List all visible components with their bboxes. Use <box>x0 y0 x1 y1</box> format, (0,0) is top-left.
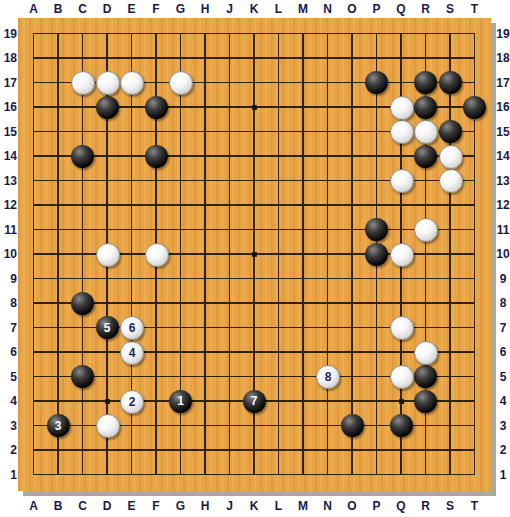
stone-black-P10 <box>365 243 388 266</box>
stone-black-D7: 5 <box>96 316 119 339</box>
coord-label-left-10: 10 <box>0 246 17 262</box>
coord-label-top-G: G <box>169 1 193 17</box>
coord-label-right-3: 3 <box>493 418 510 434</box>
coord-label-right-1: 1 <box>493 467 510 483</box>
coord-label-top-J: J <box>218 1 242 17</box>
coord-label-left-16: 16 <box>0 99 17 115</box>
coord-label-right-2: 2 <box>493 442 510 458</box>
stone-white-D10 <box>96 243 120 267</box>
move-number: 5 <box>104 321 111 335</box>
coord-label-left-19: 19 <box>0 26 17 42</box>
move-number: 8 <box>325 370 332 384</box>
stone-white-E7: 6 <box>120 316 144 340</box>
stone-black-C5 <box>71 365 94 388</box>
grid-line <box>33 302 476 304</box>
grid-line <box>302 33 304 476</box>
stone-white-R11 <box>414 218 438 242</box>
stone-white-E17 <box>120 71 144 95</box>
coord-label-bottom-P: P <box>365 498 389 514</box>
coord-label-top-L: L <box>267 1 291 17</box>
stone-white-R6 <box>414 341 438 365</box>
coord-label-bottom-A: A <box>22 498 46 514</box>
grid-line <box>33 474 476 476</box>
stone-black-S15 <box>439 120 462 143</box>
stone-white-S13 <box>439 169 463 193</box>
coord-label-bottom-J: J <box>218 498 242 514</box>
coord-label-right-11: 11 <box>493 222 510 238</box>
stone-black-P11 <box>365 218 388 241</box>
grid-line <box>327 33 329 476</box>
stone-black-F16 <box>145 96 168 119</box>
coord-label-bottom-S: S <box>438 498 462 514</box>
coord-label-right-9: 9 <box>493 271 510 287</box>
coord-label-right-6: 6 <box>493 344 510 360</box>
stone-white-E4: 2 <box>120 390 144 414</box>
coord-label-top-P: P <box>365 1 389 17</box>
move-number: 4 <box>129 346 136 360</box>
coord-label-left-5: 5 <box>0 369 17 385</box>
stone-white-R15 <box>414 120 438 144</box>
coord-label-top-H: H <box>193 1 217 17</box>
coord-label-top-O: O <box>340 1 364 17</box>
coord-label-left-13: 13 <box>0 173 17 189</box>
move-number: 6 <box>129 321 136 335</box>
coord-label-left-14: 14 <box>0 148 17 164</box>
grid-line <box>33 351 476 353</box>
coord-label-left-7: 7 <box>0 320 17 336</box>
coord-label-left-17: 17 <box>0 75 17 91</box>
stone-white-F10 <box>145 243 169 267</box>
coord-label-bottom-E: E <box>120 498 144 514</box>
stone-black-R4 <box>414 390 437 413</box>
coord-label-left-9: 9 <box>0 271 17 287</box>
grid-line <box>278 33 280 476</box>
coord-label-bottom-H: H <box>193 498 217 514</box>
coord-label-bottom-M: M <box>291 498 315 514</box>
stone-white-E6: 4 <box>120 341 144 365</box>
coord-label-top-D: D <box>95 1 119 17</box>
stone-black-F14 <box>145 145 168 168</box>
move-number: 2 <box>129 395 136 409</box>
coord-label-top-M: M <box>291 1 315 17</box>
stone-white-Q5 <box>390 365 414 389</box>
coord-label-right-8: 8 <box>493 295 510 311</box>
grid-line <box>33 278 476 280</box>
stone-white-Q7 <box>390 316 414 340</box>
coord-label-left-4: 4 <box>0 393 17 409</box>
move-number: 1 <box>177 394 184 408</box>
star-point <box>105 399 110 404</box>
coord-label-right-7: 7 <box>493 320 510 336</box>
stone-black-R16 <box>414 96 437 119</box>
coord-label-bottom-N: N <box>316 498 340 514</box>
coord-label-left-18: 18 <box>0 50 17 66</box>
star-point <box>252 252 257 257</box>
coord-label-top-S: S <box>438 1 462 17</box>
stone-black-R17 <box>414 71 437 94</box>
coord-label-top-C: C <box>71 1 95 17</box>
coord-label-bottom-G: G <box>169 498 193 514</box>
grid-line <box>33 449 476 451</box>
coord-label-right-14: 14 <box>493 148 510 164</box>
move-number: 3 <box>55 419 62 433</box>
stone-black-G4: 1 <box>169 390 192 413</box>
coord-label-left-2: 2 <box>0 442 17 458</box>
coord-label-top-R: R <box>414 1 438 17</box>
stone-black-O3 <box>341 414 364 437</box>
move-number: 7 <box>251 394 258 408</box>
stone-black-R14 <box>414 145 437 168</box>
coord-label-top-Q: Q <box>389 1 413 17</box>
coord-label-bottom-R: R <box>414 498 438 514</box>
coord-label-bottom-T: T <box>463 498 487 514</box>
coord-label-right-5: 5 <box>493 369 510 385</box>
coord-label-top-N: N <box>316 1 340 17</box>
coord-label-right-17: 17 <box>493 75 510 91</box>
grid-line <box>449 33 451 476</box>
star-point <box>399 399 404 404</box>
star-point <box>252 105 257 110</box>
coord-label-right-13: 13 <box>493 173 510 189</box>
coord-label-left-15: 15 <box>0 124 17 140</box>
coord-label-left-1: 1 <box>0 467 17 483</box>
coord-label-bottom-F: F <box>144 498 168 514</box>
coord-label-right-4: 4 <box>493 393 510 409</box>
coord-label-bottom-O: O <box>340 498 364 514</box>
coord-label-bottom-B: B <box>46 498 70 514</box>
coord-label-left-6: 6 <box>0 344 17 360</box>
stone-white-Q10 <box>390 243 414 267</box>
stone-white-Q15 <box>390 120 414 144</box>
coord-label-bottom-C: C <box>71 498 95 514</box>
coord-label-right-18: 18 <box>493 50 510 66</box>
coord-label-top-A: A <box>22 1 46 17</box>
stone-black-S17 <box>439 71 462 94</box>
coord-label-right-16: 16 <box>493 99 510 115</box>
coord-label-bottom-Q: Q <box>389 498 413 514</box>
stone-white-D3 <box>96 414 120 438</box>
coord-label-right-15: 15 <box>493 124 510 140</box>
stone-black-C8 <box>71 292 94 315</box>
stone-black-K4: 7 <box>243 390 266 413</box>
coord-label-left-8: 8 <box>0 295 17 311</box>
stone-black-T16 <box>463 96 486 119</box>
go-board-diagram: AABBCCDDEEFFGGHHJJKKLLMMNNOOPPQQRRSSTT19… <box>0 0 510 517</box>
coord-label-left-12: 12 <box>0 197 17 213</box>
stone-white-S14 <box>439 145 463 169</box>
stone-black-B3: 3 <box>47 414 70 437</box>
coord-label-top-K: K <box>242 1 266 17</box>
coord-label-left-11: 11 <box>0 222 17 238</box>
stone-black-D16 <box>96 96 119 119</box>
coord-label-right-19: 19 <box>493 26 510 42</box>
coord-label-right-12: 12 <box>493 197 510 213</box>
stone-white-C17 <box>71 71 95 95</box>
coord-label-right-10: 10 <box>493 246 510 262</box>
coord-label-top-E: E <box>120 1 144 17</box>
coord-label-bottom-K: K <box>242 498 266 514</box>
coord-label-top-B: B <box>46 1 70 17</box>
coord-label-left-3: 3 <box>0 418 17 434</box>
stone-white-N5: 8 <box>316 365 340 389</box>
stone-white-Q16 <box>390 96 414 120</box>
stone-black-R5 <box>414 365 437 388</box>
stone-black-Q3 <box>390 414 413 437</box>
grid-line <box>351 33 353 476</box>
coord-label-top-F: F <box>144 1 168 17</box>
stone-white-D17 <box>96 71 120 95</box>
coord-label-bottom-D: D <box>95 498 119 514</box>
stone-white-Q13 <box>390 169 414 193</box>
coord-label-top-T: T <box>463 1 487 17</box>
stone-black-P17 <box>365 71 388 94</box>
coord-label-bottom-L: L <box>267 498 291 514</box>
stone-white-G17 <box>169 71 193 95</box>
stone-black-C14 <box>71 145 94 168</box>
